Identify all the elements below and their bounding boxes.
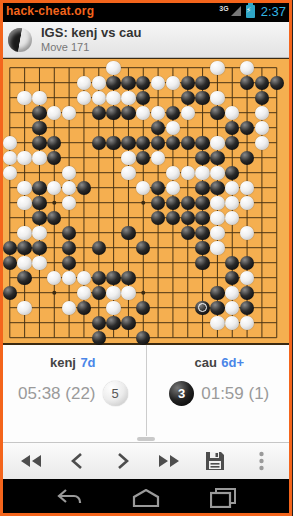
black-stone [3,241,17,255]
black-stone [17,241,31,255]
white-stone [210,136,224,150]
white-stone [210,241,224,255]
black-stone [62,226,76,240]
white-stone [255,106,269,120]
black-stone [181,196,195,210]
go-board[interactable] [0,58,292,345]
black-stone [240,151,254,165]
black-stone [32,181,46,195]
white-stone [255,136,269,150]
white-stone [151,151,165,165]
black-stone [166,136,180,150]
black-stone [92,136,106,150]
white-stone [77,76,91,90]
white-player-panel: kenj 7d 05:38 (22) 5 [0,345,147,436]
black-stone [210,151,224,165]
black-stone [106,106,120,120]
black-stone [195,181,209,195]
black-stone [195,241,209,255]
black-player-panel: cau 6d+ 3 01:59 (1) [147,345,293,436]
white-stone [62,301,76,315]
player-panel: kenj 7d 05:38 (22) 5 cau 6d+ 3 01:59 (1) [0,345,292,436]
black-stone [151,211,165,225]
black-stone [121,106,135,120]
white-stone [255,121,269,135]
white-stone [166,181,180,195]
black-stone [77,301,91,315]
black-stone [32,121,46,135]
black-stone [210,301,224,315]
white-stone [210,316,224,330]
black-stone [195,226,209,240]
previous-move-button[interactable] [60,446,94,476]
black-capture-badge: 3 [169,381,194,406]
black-stone [270,76,284,90]
black-stone [32,196,46,210]
move-counter: Move 171 [41,41,141,53]
black-stone [240,256,254,270]
white-stone [181,166,195,180]
black-stone [3,256,17,270]
white-stone [17,226,31,240]
phone-screen: hack-cheat.org 3G 2:37 IGS: kenj vs cau … [0,0,292,516]
black-stone [166,106,180,120]
white-stone [240,226,254,240]
white-stone [3,136,17,150]
white-stone [195,166,209,180]
go-stone-icon [8,28,32,52]
signal-icon [231,6,241,16]
white-stone [240,181,254,195]
black-stone [32,136,46,150]
rewind-button[interactable] [14,446,48,476]
white-stone [17,181,31,195]
white-stone [106,61,120,75]
black-stone [240,121,254,135]
white-player-rank: 7d [80,355,95,370]
black-stone [121,226,135,240]
white-stone [77,286,91,300]
white-stone [92,91,106,105]
black-stone [210,106,224,120]
panel-divider [0,436,292,442]
black-stone [32,241,46,255]
black-stone [32,211,46,225]
white-stone [32,256,46,270]
black-stone [195,196,209,210]
recents-icon[interactable] [203,483,243,513]
black-stone [166,211,180,225]
white-stone [17,151,31,165]
black-stone [92,271,106,285]
white-stone [240,316,254,330]
white-stone [62,181,76,195]
drag-handle[interactable] [137,437,155,441]
white-stone [121,91,135,105]
black-stone [151,181,165,195]
network-type-label: 3G [219,5,228,12]
app-header: IGS: kenj vs cau Move 171 [0,22,292,58]
status-clock: 2:37 [261,4,286,19]
black-stone [240,301,254,315]
white-stone [92,76,106,90]
next-move-button[interactable] [106,446,140,476]
black-stone [195,91,209,105]
white-stone [210,91,224,105]
black-stone [106,76,120,90]
white-capture-badge: 5 [103,381,128,406]
white-stone [210,211,224,225]
black-stone [195,136,209,150]
white-stone [106,286,120,300]
black-stone [106,316,120,330]
white-stone [106,91,120,105]
white-stone [62,166,76,180]
white-stone [3,151,17,165]
android-nav-bar [0,479,292,516]
black-stone [195,256,209,270]
white-stone [17,196,31,210]
black-stone [181,91,195,105]
status-icons: 3G 2:37 [219,4,286,19]
white-stone [77,271,91,285]
battery-charging-icon [246,5,255,18]
black-stone [92,106,106,120]
black-stone [121,76,135,90]
white-player-name: kenj 7d [50,353,96,371]
fast-forward-button[interactable] [152,446,186,476]
black-stone [121,136,135,150]
white-clock: 05:38 (22) [18,384,96,404]
white-stone [210,166,224,180]
white-stone [62,106,76,120]
black-stone [92,316,106,330]
black-stone [106,136,120,150]
white-stone [17,91,31,105]
save-button[interactable] [198,446,232,476]
black-stone [166,196,180,210]
black-stone [210,286,224,300]
white-stone [121,166,135,180]
home-icon[interactable] [126,483,166,513]
white-stone [3,166,17,180]
black-stone [181,226,195,240]
black-stone [181,136,195,150]
black-stone [151,136,165,150]
white-stone [240,271,254,285]
playback-toolbar [0,442,292,479]
black-stone [121,316,135,330]
black-stone [92,286,106,300]
black-stone [121,271,135,285]
black-stone [181,211,195,225]
black-stone [210,181,224,195]
black-stone [17,271,31,285]
white-stone [62,196,76,210]
black-stone [77,181,91,195]
white-stone [181,106,195,120]
black-stone [195,151,209,165]
white-stone [166,166,180,180]
white-stone [151,106,165,120]
black-stone [32,106,46,120]
overflow-menu-icon[interactable] [244,446,278,476]
black-stone [106,271,120,285]
back-icon[interactable] [49,483,89,513]
black-stone [92,241,106,255]
last-move-stone [195,301,209,315]
white-stone [210,196,224,210]
white-stone [32,226,46,240]
white-stone [210,61,224,75]
black-stone [62,241,76,255]
white-stone [32,91,46,105]
white-stone [121,151,135,165]
white-stone [17,301,31,315]
game-title: IGS: kenj vs cau [41,26,141,40]
white-stone [62,271,76,285]
black-stone [151,121,165,135]
black-stone [255,91,269,105]
black-stone [255,76,269,90]
white-stone [32,151,46,165]
white-stone [106,301,120,315]
white-stone [210,226,224,240]
black-clock: 01:59 (1) [201,384,269,404]
black-player-name: cau 6d+ [194,353,244,371]
white-stone [17,256,31,270]
status-bar: hack-cheat.org 3G 2:37 [0,0,292,22]
white-stone [240,196,254,210]
white-stone [166,121,180,135]
black-stone [195,76,209,90]
black-stone [62,256,76,270]
white-stone [240,61,254,75]
white-stone [166,76,180,90]
white-stone [151,76,165,90]
black-stone [195,211,209,225]
black-player-rank: 6d+ [221,355,244,370]
black-stone [240,76,254,90]
black-stone [92,331,106,345]
black-stone [240,286,254,300]
black-stone [3,286,17,300]
white-stone [77,91,91,105]
white-stone [121,286,135,300]
black-stone [151,196,165,210]
black-stone [181,76,195,90]
watermark-carrier-label: hack-cheat.org [6,4,94,18]
